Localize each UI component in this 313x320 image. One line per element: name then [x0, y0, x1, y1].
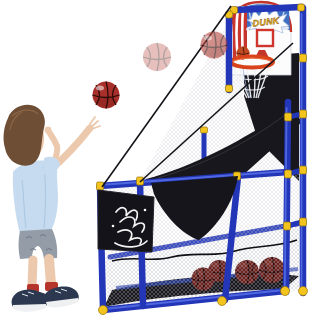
child-hand: [45, 127, 52, 134]
child-shoe-back: [12, 289, 49, 311]
child-player: [4, 105, 100, 312]
child-shorts: [19, 229, 58, 259]
child-leg-front: [49, 259, 51, 284]
child-hair: [4, 105, 45, 166]
frame-top-bar: [235, 7, 302, 10]
child-leg-back: [32, 260, 33, 286]
basketball-trail: [143, 43, 171, 71]
product-photo: DUNK: [0, 0, 313, 320]
basketball-trail: [201, 32, 228, 59]
target-square: [257, 30, 273, 46]
connector: [201, 127, 208, 133]
arcade-scene: DUNK: [0, 0, 313, 320]
child-fingers: [90, 117, 100, 129]
graffiti-logo-panel: [98, 190, 154, 252]
basketball: [93, 82, 120, 109]
